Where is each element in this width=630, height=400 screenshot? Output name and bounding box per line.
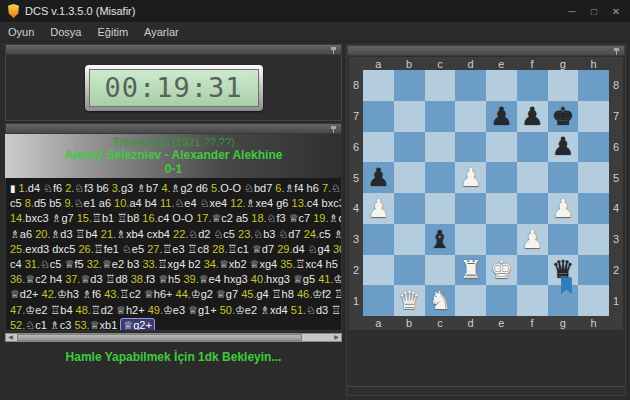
move-line[interactable]: ▮ 1.d4 ♘f6 2.♘f3 b6 3.g3 ♗b7 4.♗g2 d6 5.…	[10, 181, 339, 196]
clock-time: 00:19:31	[104, 72, 242, 103]
square-h8[interactable]	[578, 70, 609, 101]
square-c1[interactable]: ♞	[425, 285, 456, 316]
rank-label: 6	[609, 132, 623, 163]
square-f5[interactable]	[517, 162, 548, 193]
square-a4[interactable]: ♟	[363, 193, 394, 224]
horizontal-scrollbar[interactable]: ◀ ▶	[5, 333, 342, 342]
panel-divider	[347, 386, 625, 387]
rank-label: 3	[349, 224, 363, 255]
move-line[interactable]: 47.♔e2 ♖b4 48.♖d2 ♕h2+ 49.♔e3 ♕g1+ 50.♔e…	[10, 303, 339, 318]
black-pawn-e7[interactable]: ♟	[490, 104, 512, 129]
white-pawn-a4[interactable]: ♟	[367, 196, 389, 221]
chess-board[interactable]: abcdefgh887♟♟♚76♟65♟♟54♟♟43♝♟32♜♚♛21♛♞1a…	[349, 57, 623, 330]
square-b8[interactable]	[394, 70, 425, 101]
corner	[609, 316, 623, 330]
move-line[interactable]: 36.♕c2 h4 37.♕d3 ♖d8 38.f3 ♕h5 39.♕e4 hx…	[10, 272, 339, 287]
menu-ayarlar[interactable]: Ayarlar	[144, 26, 179, 38]
square-b5[interactable]	[394, 162, 425, 193]
square-f6[interactable]	[517, 132, 548, 163]
rank-label: 2	[609, 255, 623, 286]
square-a3[interactable]	[363, 224, 394, 255]
square-e8[interactable]	[486, 70, 517, 101]
rank-label: 7	[609, 101, 623, 132]
rank-label: 6	[349, 132, 363, 163]
event-name: Triberg (03) (1921.??.??)	[5, 136, 342, 148]
square-f4[interactable]	[517, 193, 548, 224]
square-h1[interactable]	[578, 285, 609, 316]
square-a6[interactable]	[363, 132, 394, 163]
pin-icon[interactable]	[613, 48, 620, 55]
file-label: d	[455, 57, 486, 70]
file-label: c	[425, 57, 456, 70]
square-c7[interactable]	[425, 101, 456, 132]
file-label: d	[455, 316, 486, 330]
white-pawn-f3[interactable]: ♟	[521, 227, 543, 252]
rank-label: 1	[609, 285, 623, 316]
square-b3[interactable]	[394, 224, 425, 255]
white-knight-c1[interactable]: ♞	[429, 288, 451, 313]
selected-move[interactable]: ♕g2+	[120, 318, 155, 331]
square-e1[interactable]	[486, 285, 517, 316]
file-label: g	[548, 57, 579, 70]
file-label: b	[394, 57, 425, 70]
move-line[interactable]: 14.bxc3 ♗g7 15.♖b1 ♖b8 16.c4 O-O 17.♕c2 …	[10, 211, 339, 226]
square-f2[interactable]	[517, 255, 548, 286]
square-g5[interactable]	[548, 162, 579, 193]
file-label: e	[486, 57, 517, 70]
square-f7[interactable]: ♟	[517, 101, 548, 132]
pin-icon[interactable]	[330, 47, 337, 54]
file-label: h	[578, 316, 609, 330]
close-button[interactable]: ✕	[610, 6, 622, 17]
square-b6[interactable]	[394, 132, 425, 163]
game-clock: 00:19:31	[85, 65, 263, 111]
white-queen-b1[interactable]: ♛	[398, 288, 420, 313]
pin-icon[interactable]	[330, 126, 337, 133]
scroll-left-icon[interactable]: ◀	[6, 334, 15, 341]
board-panel-header[interactable]	[347, 45, 625, 56]
square-g4[interactable]: ♟	[548, 193, 579, 224]
file-label: e	[486, 316, 517, 330]
square-c4[interactable]	[425, 193, 456, 224]
file-label: a	[363, 316, 394, 330]
rank-label: 4	[609, 193, 623, 224]
square-d7[interactable]	[455, 101, 486, 132]
file-label: f	[517, 57, 548, 70]
square-h7[interactable]	[578, 101, 609, 132]
window-title: DCS v.1.3.5.0 (Misafir)	[25, 5, 135, 17]
rank-label: 7	[349, 101, 363, 132]
file-label: b	[394, 316, 425, 330]
square-b1[interactable]: ♛	[394, 285, 425, 316]
square-h5[interactable]	[578, 162, 609, 193]
square-e2[interactable]: ♚	[486, 255, 517, 286]
square-d3[interactable]	[455, 224, 486, 255]
square-f1[interactable]	[517, 285, 548, 316]
square-h3[interactable]	[578, 224, 609, 255]
square-g7[interactable]: ♚	[548, 101, 579, 132]
square-e3[interactable]	[486, 224, 517, 255]
status-message: Hamle Yapabilmek İçin 1dk Bekleyin...	[5, 350, 342, 364]
square-c2[interactable]	[425, 255, 456, 286]
move-line[interactable]: 25.exd3 dxc5 26.♖fe1 ♘e5 27.♖e3 ♖c8 28.♖…	[10, 242, 339, 257]
square-a1[interactable]	[363, 285, 394, 316]
square-d1[interactable]	[455, 285, 486, 316]
square-a5[interactable]: ♟	[363, 162, 394, 193]
move-list[interactable]: ▮ 1.d4 ♘f6 2.♘f3 b6 3.g3 ♗b7 4.♗g2 d6 5.…	[5, 178, 342, 331]
menu-oyun[interactable]: Oyun	[8, 26, 34, 38]
game-info-header: Triberg (03) (1921.??.??) Alexey Selezni…	[5, 134, 342, 178]
square-e5[interactable]	[486, 162, 517, 193]
clock-panel: 00:19:31	[5, 55, 342, 121]
square-c3[interactable]: ♝	[425, 224, 456, 255]
minimize-button[interactable]: ─	[566, 6, 578, 17]
square-g2[interactable]: ♛	[548, 255, 579, 286]
square-h4[interactable]	[578, 193, 609, 224]
menu-dosya[interactable]: Dosya	[50, 26, 81, 38]
move-line[interactable]: 52.♘c1 ♗c3 53.♕xb1 ♕g2+	[10, 318, 339, 331]
file-label: h	[578, 57, 609, 70]
file-label: f	[517, 316, 548, 330]
file-label: c	[425, 316, 456, 330]
move-line[interactable]: ♗a6 20.♗d3 ♖b4 21.♗xb4 cxb4 22.♘d2 ♘c5 2…	[10, 227, 339, 242]
game-panel-header[interactable]	[5, 123, 342, 134]
white-king-e2[interactable]: ♚	[490, 257, 512, 282]
rank-label: 8	[349, 70, 363, 101]
rank-label: 4	[349, 193, 363, 224]
title-bar: DCS v.1.3.5.0 (Misafir) ─ □ ✕	[0, 0, 630, 22]
clock-panel-header[interactable]	[5, 44, 342, 55]
clock-lcd: 00:19:31	[89, 69, 259, 107]
square-b4[interactable]	[394, 193, 425, 224]
square-e4[interactable]	[486, 193, 517, 224]
square-c5[interactable]	[425, 162, 456, 193]
black-pawn-f7[interactable]: ♟	[521, 104, 543, 129]
square-d4[interactable]	[455, 193, 486, 224]
square-f8[interactable]	[517, 70, 548, 101]
rank-label: 2	[349, 255, 363, 286]
rank-label: 8	[609, 70, 623, 101]
game-start-marker[interactable]: ▮	[10, 183, 16, 194]
square-d5[interactable]: ♟	[455, 162, 486, 193]
square-e6[interactable]	[486, 132, 517, 163]
corner	[349, 57, 363, 70]
black-king-g7[interactable]: ♚	[552, 104, 574, 129]
scrollbar-thumb[interactable]	[17, 334, 302, 341]
square-e7[interactable]: ♟	[486, 101, 517, 132]
square-d2[interactable]: ♜	[455, 255, 486, 286]
white-rook-d2[interactable]: ♜	[459, 257, 481, 282]
move-line[interactable]: c4 31.♘c5 ♕f5 32.♕e2 b3 33.♖xg4 b2 34.♕x…	[10, 257, 339, 272]
square-a7[interactable]	[363, 101, 394, 132]
menu-egitim[interactable]: Eğitim	[97, 26, 128, 38]
rank-label: 5	[609, 162, 623, 193]
players-names: Alexey Selezniev - Alexander Alekhine	[5, 148, 342, 162]
square-g3[interactable]	[548, 224, 579, 255]
file-label: g	[548, 316, 579, 330]
corner	[349, 316, 363, 330]
maximize-button[interactable]: □	[588, 6, 600, 17]
square-a2[interactable]	[363, 255, 394, 286]
black-pawn-g6[interactable]: ♟	[552, 134, 574, 159]
file-label: a	[363, 57, 394, 70]
white-pawn-g4[interactable]: ♟	[552, 196, 574, 221]
square-h2[interactable]	[578, 255, 609, 286]
square-g8[interactable]	[548, 70, 579, 101]
square-f3[interactable]: ♟	[517, 224, 548, 255]
scroll-right-icon[interactable]: ▶	[332, 334, 341, 341]
rank-label: 5	[349, 162, 363, 193]
square-d8[interactable]	[455, 70, 486, 101]
left-panel: 00:19:31 Triberg (03) (1921.??.??) Alexe…	[5, 44, 342, 364]
rank-label: 3	[609, 224, 623, 255]
square-b2[interactable]	[394, 255, 425, 286]
move-line[interactable]: ♕d2+ 42.♔h3 ♗f6 43.♖c2 ♕h6+ 44.♔g2 ♕g7 4…	[10, 287, 339, 302]
menu-bar: Oyun Dosya Eğitim Ayarlar	[0, 22, 630, 42]
square-c6[interactable]	[425, 132, 456, 163]
board-panel: abcdefgh887♟♟♚76♟65♟♟54♟♟43♝♟32♜♚♛21♛♞1a…	[346, 44, 626, 396]
square-d6[interactable]	[455, 132, 486, 163]
app-logo-icon	[8, 4, 19, 18]
corner	[609, 57, 623, 70]
square-b7[interactable]	[394, 101, 425, 132]
black-bishop-c3[interactable]: ♝	[429, 227, 451, 252]
move-line[interactable]: c5 8.d5 b5 9.♘e1 a6 10.a4 b4 11.♘e4 ♘xe4…	[10, 196, 339, 211]
square-g6[interactable]: ♟	[548, 132, 579, 163]
window-controls: ─ □ ✕	[566, 6, 622, 17]
game-result: 0-1	[5, 162, 342, 176]
square-a8[interactable]	[363, 70, 394, 101]
white-pawn-d5[interactable]: ♟	[459, 165, 481, 190]
square-c8[interactable]	[425, 70, 456, 101]
black-pawn-a5[interactable]: ♟	[367, 165, 389, 190]
rank-label: 1	[349, 285, 363, 316]
square-h6[interactable]	[578, 132, 609, 163]
